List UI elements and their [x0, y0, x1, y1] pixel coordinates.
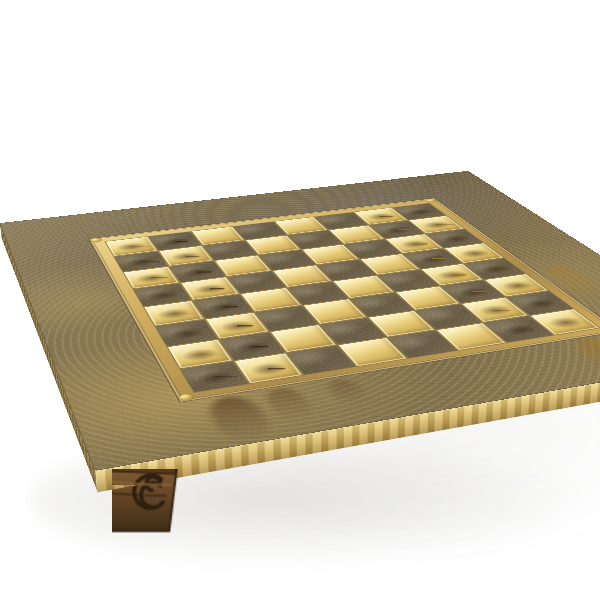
- frame-rivet-icon: [178, 393, 194, 401]
- pawn-glyph: ♟: [495, 284, 542, 336]
- piece-reflection: [324, 378, 373, 407]
- board-edge-left: [0, 223, 97, 491]
- product-photo-scene: ♜♟♟♜♞♟♟♞♝♟♟♝♚♟♟♚♛♟♟♛♝♟♟♝♞♟♟♞♜♟♟♜: [0, 0, 600, 600]
- square-a1: ♜: [179, 361, 249, 393]
- ionic-capital-icon: [42, 452, 183, 536]
- pawn-glyph: ♟: [243, 320, 293, 376]
- piece-reflection: [261, 386, 319, 423]
- piece-reflection: [567, 336, 600, 376]
- playing-grid: ♜♟♟♜♞♟♟♞♝♟♟♝♚♟♟♚♛♟♟♛♝♟♟♝♞♟♟♞♜♟♟♜: [88, 198, 600, 403]
- frame-rivet-icon: [90, 238, 102, 242]
- piece-reflection: [202, 394, 278, 446]
- rook-glyph: ♜: [178, 307, 250, 387]
